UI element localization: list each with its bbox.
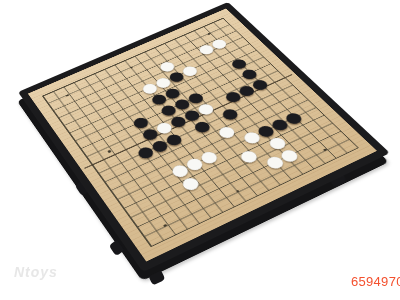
- product-number: 6594970: [351, 274, 400, 289]
- white-stone: ●: [275, 145, 301, 164]
- black-stone: ●: [237, 65, 261, 81]
- white-stone: ●: [264, 133, 290, 152]
- black-stone: ●: [129, 113, 152, 131]
- watermark: Ntoys: [14, 264, 58, 280]
- board-wood-surface: ●●●●●●●●●●●●●●●●●●●●●●●●●●●●●●●●●●●●●●●●…: [28, 8, 377, 261]
- white-stone: ●: [178, 62, 201, 78]
- black-stone: ●: [266, 115, 291, 133]
- hoshi-point: [257, 83, 261, 86]
- white-stone: ●: [261, 152, 287, 172]
- white-stone: ●: [235, 146, 261, 165]
- black-stone: ●: [227, 55, 250, 71]
- white-stone: ●: [151, 74, 174, 90]
- black-stone: ●: [179, 106, 203, 124]
- white-stone: ●: [181, 154, 206, 173]
- black-stone: ●: [234, 82, 258, 99]
- white-stone: ●: [194, 41, 216, 56]
- black-stone: ●: [138, 125, 162, 143]
- white-stone: ●: [155, 58, 177, 74]
- hoshi-point: [66, 94, 70, 97]
- hoshi-point: [323, 148, 327, 151]
- hoshi-point: [163, 224, 167, 227]
- hoshi-point: [175, 119, 179, 122]
- hoshi-point: [130, 66, 134, 69]
- black-stone: ●: [147, 90, 170, 107]
- black-stone: ●: [252, 121, 277, 139]
- black-stone: ●: [217, 105, 241, 123]
- black-stone: ●: [160, 84, 183, 101]
- board-cells: ●●●●●●●●●●●●●●●●●●●●●●●●●●●●●●●●●●●●●●●●…: [34, 13, 369, 256]
- black-stone: ●: [183, 89, 206, 106]
- white-stone: ●: [196, 147, 221, 166]
- black-stone: ●: [133, 143, 157, 162]
- hoshi-point: [207, 33, 211, 35]
- white-stone: ●: [167, 160, 192, 179]
- black-stone: ●: [165, 68, 188, 84]
- product-photo: ●●●●●●●●●●●●●●●●●●●●●●●●●●●●●●●●●●●●●●●●…: [0, 0, 400, 300]
- white-stone: ●: [238, 128, 263, 147]
- go-board: ●●●●●●●●●●●●●●●●●●●●●●●●●●●●●●●●●●●●●●●●…: [18, 2, 390, 272]
- black-stone: ●: [189, 117, 213, 135]
- white-stone: ●: [177, 173, 202, 193]
- white-stone: ●: [214, 122, 239, 140]
- white-stone: ●: [207, 36, 230, 51]
- white-stone: ●: [193, 100, 217, 117]
- hoshi-point: [108, 150, 112, 153]
- black-stone: ●: [156, 101, 179, 118]
- white-stone: ●: [152, 118, 176, 136]
- black-stone: ●: [147, 136, 171, 154]
- black-stone: ●: [170, 95, 193, 112]
- hoshi-point: [236, 189, 240, 192]
- black-stone: ●: [280, 109, 305, 127]
- white-stone: ●: [138, 80, 161, 96]
- black-stone: ●: [220, 88, 244, 105]
- black-stone: ●: [161, 130, 185, 148]
